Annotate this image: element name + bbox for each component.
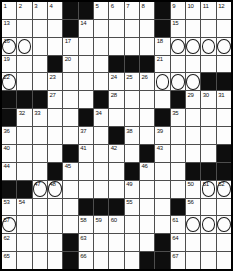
grid-cell-r2c12[interactable]: 15 — [171, 20, 185, 37]
grid-cell-r3c13[interactable] — [186, 38, 200, 55]
grid-cell-r9c9[interactable] — [125, 145, 139, 162]
grid-cell-r8c14[interactable] — [201, 127, 215, 144]
grid-cell-r12c2[interactable]: 54 — [17, 199, 31, 216]
circle-marker — [186, 74, 200, 89]
clue-number-56: 56 — [187, 199, 193, 205]
grid-cell-r1c9[interactable]: 7 — [125, 2, 139, 19]
grid-cell-r7c2[interactable]: 32 — [17, 109, 31, 126]
grid-cell-r6c4[interactable]: 27 — [48, 91, 62, 108]
grid-cell-r9c14[interactable] — [201, 145, 215, 162]
grid-cell-r5c6[interactable] — [79, 73, 93, 90]
grid-cell-r13c13[interactable] — [186, 216, 200, 233]
clue-number-17: 17 — [65, 38, 71, 44]
circle-marker — [202, 217, 216, 232]
grid-cell-r11c9[interactable]: 49 — [125, 181, 139, 198]
grid-cell-r9c2[interactable] — [17, 145, 31, 162]
black-square — [2, 91, 16, 108]
grid-cell-r8c6[interactable]: 37 — [79, 127, 93, 144]
black-square — [155, 234, 169, 251]
clue-number-21: 21 — [157, 56, 163, 62]
clue-number-66: 66 — [80, 253, 86, 259]
clue-number-33: 33 — [34, 110, 40, 116]
grid-cell-r5c13[interactable] — [186, 73, 200, 90]
clue-number-30: 30 — [203, 92, 209, 98]
grid-cell-r8c1[interactable]: 36 — [2, 127, 16, 144]
grid-cell-r15c12[interactable]: 67 — [171, 252, 185, 269]
grid-cell-r15c13[interactable] — [186, 252, 200, 269]
grid-cell-r9c4[interactable] — [48, 145, 62, 162]
grid-cell-r12c10[interactable] — [140, 199, 154, 216]
black-square — [155, 20, 169, 37]
grid-cell-r3c5[interactable]: 17 — [63, 38, 77, 55]
grid-cell-r9c8[interactable]: 42 — [109, 145, 123, 162]
grid-cell-r7c15[interactable] — [217, 109, 231, 126]
grid-cell-r15c8[interactable] — [109, 252, 123, 269]
clue-number-13: 13 — [4, 20, 10, 26]
grid-cell-r15c3[interactable] — [33, 252, 47, 269]
grid-cell-r10c3[interactable] — [33, 163, 47, 180]
grid-cell-r4c3[interactable] — [33, 56, 47, 73]
grid-cell-r12c5[interactable] — [63, 199, 77, 216]
clue-number-27: 27 — [49, 92, 55, 98]
clue-number-64: 64 — [172, 235, 178, 241]
grid-cell-r3c2[interactable] — [17, 38, 31, 55]
grid-cell-r5c2[interactable] — [17, 73, 31, 90]
grid-cell-r8c2[interactable] — [17, 127, 31, 144]
grid-cell-r12c4[interactable] — [48, 199, 62, 216]
grid-cell-r6c10[interactable] — [140, 91, 154, 108]
clue-number-40: 40 — [4, 145, 10, 151]
grid-cell-r4c2[interactable] — [17, 56, 31, 73]
grid-cell-r13c14[interactable] — [201, 216, 215, 233]
grid-cell-r15c7[interactable] — [94, 252, 108, 269]
grid-cell-r9c11[interactable]: 43 — [155, 145, 169, 162]
clue-number-52: 52 — [218, 181, 224, 187]
clue-number-31: 31 — [218, 92, 224, 98]
grid-cell-r8c7[interactable] — [94, 127, 108, 144]
grid-cell-r13c12[interactable]: 61 — [171, 216, 185, 233]
grid-cell-r2c4[interactable] — [48, 20, 62, 37]
grid-cell-r3c6[interactable] — [79, 38, 93, 55]
grid-cell-r3c15[interactable] — [217, 38, 231, 55]
grid-cell-r5c12[interactable] — [171, 73, 185, 90]
grid-cell-r8c12[interactable] — [171, 127, 185, 144]
grid-cell-r1c7[interactable]: 5 — [94, 2, 108, 19]
clue-number-39: 39 — [157, 128, 163, 134]
clue-number-24: 24 — [111, 74, 117, 80]
black-square — [155, 2, 169, 19]
clue-number-53: 53 — [4, 199, 10, 205]
clue-number-22: 22 — [4, 74, 10, 80]
black-square — [2, 181, 16, 198]
grid-cell-r4c1[interactable]: 19 — [2, 56, 16, 73]
clue-number-25: 25 — [126, 74, 132, 80]
grid-cell-r15c6[interactable]: 66 — [79, 252, 93, 269]
grid-cell-r14c12[interactable]: 64 — [171, 234, 185, 251]
grid-cell-r11c13[interactable]: 50 — [186, 181, 200, 198]
clue-number-29: 29 — [187, 92, 193, 98]
grid-cell-r1c12[interactable]: 9 — [171, 2, 185, 19]
black-square — [140, 56, 154, 73]
grid-cell-r11c7[interactable] — [94, 181, 108, 198]
black-square — [217, 73, 231, 90]
grid-cell-r8c15[interactable] — [217, 127, 231, 144]
clue-number-49: 49 — [126, 181, 132, 187]
grid-cell-r15c9[interactable] — [125, 252, 139, 269]
grid-cell-r12c13[interactable]: 56 — [186, 199, 200, 216]
grid-cell-r7c10[interactable] — [140, 109, 154, 126]
grid-cell-r8c9[interactable]: 38 — [125, 127, 139, 144]
clue-number-15: 15 — [172, 20, 178, 26]
grid-cell-r1c15[interactable]: 12 — [217, 2, 231, 19]
grid-cell-r12c9[interactable]: 55 — [125, 199, 139, 216]
grid-cell-r1c1[interactable]: 1 — [2, 2, 16, 19]
grid-cell-r13c15[interactable] — [217, 216, 231, 233]
clue-number-41: 41 — [80, 145, 86, 151]
grid-cell-r6c13[interactable]: 29 — [186, 91, 200, 108]
grid-cell-r1c13[interactable]: 10 — [186, 2, 200, 19]
grid-cell-r4c15[interactable] — [217, 56, 231, 73]
grid-cell-r8c10[interactable] — [140, 127, 154, 144]
grid-cell-r1c4[interactable]: 4 — [48, 2, 62, 19]
clue-number-38: 38 — [126, 128, 132, 134]
clue-number-4: 4 — [49, 3, 52, 9]
grid-cell-r9c1[interactable]: 40 — [2, 145, 16, 162]
grid-cell-r7c14[interactable] — [201, 109, 215, 126]
black-square — [94, 199, 108, 216]
clue-number-58: 58 — [80, 217, 86, 223]
grid-cell-r5c3[interactable] — [33, 73, 47, 90]
black-square — [94, 91, 108, 108]
grid-cell-r11c8[interactable] — [109, 181, 123, 198]
grid-cell-r14c10[interactable] — [140, 234, 154, 251]
grid-cell-r4c6[interactable] — [79, 56, 93, 73]
grid-cell-r14c13[interactable] — [186, 234, 200, 251]
black-square — [33, 91, 47, 108]
grid-cell-r2c2[interactable] — [17, 20, 31, 37]
clue-number-67: 67 — [172, 253, 178, 259]
black-square — [125, 163, 139, 180]
clue-number-12: 12 — [218, 3, 224, 9]
grid-cell-r3c11[interactable]: 18 — [155, 38, 169, 55]
clue-number-35: 35 — [172, 110, 178, 116]
black-square — [2, 109, 16, 126]
grid-cell-r11c4[interactable]: 48 — [48, 181, 62, 198]
grid-cell-r3c9[interactable] — [125, 38, 139, 55]
circle-marker — [186, 217, 200, 232]
grid-cell-r2c14[interactable] — [201, 20, 215, 37]
grid-cell-r7c13[interactable] — [186, 109, 200, 126]
black-square — [186, 163, 200, 180]
grid-cell-r4c13[interactable] — [186, 56, 200, 73]
grid-cell-r4c11[interactable]: 21 — [155, 56, 169, 73]
grid-cell-r15c1[interactable]: 65 — [2, 252, 16, 269]
grid-cell-r11c11[interactable] — [155, 181, 169, 198]
grid-cell-r12c11[interactable] — [155, 199, 169, 216]
clue-number-63: 63 — [80, 235, 86, 241]
crossword-grid: 1234567891011121314151617181920212223242… — [0, 0, 233, 271]
grid-cell-r7c12[interactable]: 35 — [171, 109, 185, 126]
grid-cell-r10c2[interactable] — [17, 163, 31, 180]
grid-cell-r5c10[interactable]: 26 — [140, 73, 154, 90]
grid-cell-r2c8[interactable] — [109, 20, 123, 37]
black-square — [63, 145, 77, 162]
grid-cell-r11c3[interactable]: 47 — [33, 181, 47, 198]
grid-cell-r10c12[interactable] — [171, 163, 185, 180]
circle-marker — [217, 39, 231, 54]
grid-cell-r10c11[interactable] — [155, 163, 169, 180]
clue-number-3: 3 — [34, 3, 37, 9]
grid-cell-r10c7[interactable] — [94, 163, 108, 180]
black-square — [109, 127, 123, 144]
grid-cell-r5c8[interactable]: 24 — [109, 73, 123, 90]
grid-cell-r11c12[interactable] — [171, 181, 185, 198]
grid-cell-r11c6[interactable] — [79, 181, 93, 198]
clue-number-1: 1 — [4, 3, 7, 9]
clue-number-5: 5 — [95, 3, 98, 9]
clue-number-11: 11 — [203, 3, 209, 9]
grid-cell-r7c8[interactable] — [109, 109, 123, 126]
grid-cell-r6c11[interactable] — [155, 91, 169, 108]
black-square — [17, 91, 31, 108]
grid-cell-r1c8[interactable]: 6 — [109, 2, 123, 19]
black-square — [63, 2, 77, 19]
clue-number-42: 42 — [111, 145, 117, 151]
clue-number-50: 50 — [187, 181, 193, 187]
grid-cell-r2c3[interactable] — [33, 20, 47, 37]
clue-number-28: 28 — [111, 92, 117, 98]
grid-cell-r15c4[interactable] — [48, 252, 62, 269]
grid-cell-r7c4[interactable] — [48, 109, 62, 126]
clue-number-59: 59 — [95, 217, 101, 223]
grid-cell-r6c15[interactable]: 31 — [217, 91, 231, 108]
grid-cell-r3c14[interactable] — [201, 38, 215, 55]
clue-number-16: 16 — [4, 38, 10, 44]
grid-cell-r2c15[interactable] — [217, 20, 231, 37]
clue-number-20: 20 — [65, 56, 71, 62]
grid-cell-r7c9[interactable] — [125, 109, 139, 126]
grid-cell-r6c8[interactable]: 28 — [109, 91, 123, 108]
grid-cell-r2c10[interactable] — [140, 20, 154, 37]
grid-cell-r3c3[interactable] — [33, 38, 47, 55]
black-square — [155, 252, 169, 269]
clue-number-10: 10 — [187, 3, 193, 9]
grid-cell-r14c4[interactable] — [48, 234, 62, 251]
grid-cell-r14c3[interactable] — [33, 234, 47, 251]
black-square — [201, 73, 215, 90]
circle-marker — [171, 74, 185, 89]
clue-number-45: 45 — [65, 163, 71, 169]
grid-cell-r11c5[interactable] — [63, 181, 77, 198]
grid-cell-r5c11[interactable] — [155, 73, 169, 90]
grid-cell-r3c4[interactable] — [48, 38, 62, 55]
clue-number-8: 8 — [141, 3, 144, 9]
clue-number-34: 34 — [95, 110, 101, 116]
clue-number-9: 9 — [172, 3, 175, 9]
black-square — [217, 145, 231, 162]
grid-cell-r13c10[interactable] — [140, 216, 154, 233]
clue-number-48: 48 — [49, 181, 55, 187]
grid-cell-r9c6[interactable]: 41 — [79, 145, 93, 162]
grid-cell-r14c7[interactable] — [94, 234, 108, 251]
clue-number-14: 14 — [80, 20, 86, 26]
grid-cell-r13c4[interactable] — [48, 216, 62, 233]
clue-number-2: 2 — [19, 3, 22, 9]
black-square — [217, 163, 231, 180]
black-square — [63, 252, 77, 269]
grid-cell-r13c3[interactable] — [33, 216, 47, 233]
grid-cell-r14c9[interactable] — [125, 234, 139, 251]
clue-number-7: 7 — [126, 3, 129, 9]
grid-cell-r3c1[interactable]: 16 — [2, 38, 16, 55]
black-square — [63, 234, 77, 251]
clue-number-47: 47 — [34, 181, 40, 187]
circle-marker — [156, 74, 170, 89]
grid-cell-r13c1[interactable]: 57 — [2, 216, 16, 233]
circle-marker — [171, 39, 185, 54]
clue-number-18: 18 — [157, 38, 163, 44]
circle-marker — [217, 217, 231, 232]
black-square — [17, 181, 31, 198]
grid-cell-r6c9[interactable] — [125, 91, 139, 108]
grid-cell-r13c5[interactable] — [63, 216, 77, 233]
black-square — [48, 56, 62, 73]
grid-cell-r3c8[interactable] — [109, 38, 123, 55]
grid-cell-r3c7[interactable] — [94, 38, 108, 55]
grid-cell-r13c6[interactable]: 58 — [79, 216, 93, 233]
grid-cell-r4c12[interactable] — [171, 56, 185, 73]
grid-cell-r6c14[interactable]: 30 — [201, 91, 215, 108]
black-square — [109, 56, 123, 73]
grid-cell-r1c2[interactable]: 2 — [17, 2, 31, 19]
grid-cell-r14c14[interactable] — [201, 234, 215, 251]
grid-cell-r5c7[interactable] — [94, 73, 108, 90]
grid-cell-r1c14[interactable]: 11 — [201, 2, 215, 19]
grid-cell-r13c11[interactable] — [155, 216, 169, 233]
grid-cell-r5c5[interactable] — [63, 73, 77, 90]
grid-cell-r5c1[interactable]: 22 — [2, 73, 16, 90]
grid-cell-r15c2[interactable] — [17, 252, 31, 269]
grid-cell-r12c3[interactable] — [33, 199, 47, 216]
clue-number-57: 57 — [4, 217, 10, 223]
grid-cell-r10c8[interactable] — [109, 163, 123, 180]
grid-cell-r4c14[interactable] — [201, 56, 215, 73]
grid-cell-r3c12[interactable] — [171, 38, 185, 55]
grid-cell-r11c10[interactable] — [140, 181, 154, 198]
clue-number-36: 36 — [4, 128, 10, 134]
clue-number-54: 54 — [19, 199, 25, 205]
grid-cell-r5c9[interactable]: 25 — [125, 73, 139, 90]
grid-cell-r12c1[interactable]: 53 — [2, 199, 16, 216]
grid-cell-r10c1[interactable]: 44 — [2, 163, 16, 180]
grid-cell-r10c6[interactable] — [79, 163, 93, 180]
clue-number-65: 65 — [4, 253, 10, 259]
grid-cell-r2c9[interactable] — [125, 20, 139, 37]
grid-cell-r9c12[interactable] — [171, 145, 185, 162]
black-square — [79, 199, 93, 216]
clue-number-61: 61 — [172, 217, 178, 223]
black-square — [140, 145, 154, 162]
clue-number-19: 19 — [4, 56, 10, 62]
grid-cell-r15c14[interactable] — [201, 252, 215, 269]
grid-cell-r8c4[interactable] — [48, 127, 62, 144]
clue-number-6: 6 — [111, 3, 114, 9]
grid-cell-r11c15[interactable]: 52 — [217, 181, 231, 198]
grid-cell-r11c14[interactable]: 51 — [201, 181, 215, 198]
grid-cell-r7c3[interactable]: 33 — [33, 109, 47, 126]
clue-number-26: 26 — [141, 74, 147, 80]
grid-cell-r2c7[interactable] — [94, 20, 108, 37]
grid-cell-r8c5[interactable] — [63, 127, 77, 144]
grid-cell-r13c9[interactable] — [125, 216, 139, 233]
grid-cell-r3c10[interactable] — [140, 38, 154, 55]
grid-cell-r9c7[interactable] — [94, 145, 108, 162]
grid-cell-r1c3[interactable]: 3 — [33, 2, 47, 19]
grid-cell-r9c13[interactable] — [186, 145, 200, 162]
grid-cell-r9c3[interactable] — [33, 145, 47, 162]
circle-marker — [186, 39, 200, 54]
grid-cell-r14c8[interactable] — [109, 234, 123, 251]
clue-number-60: 60 — [111, 217, 117, 223]
black-square — [155, 109, 169, 126]
grid-cell-r10c5[interactable]: 45 — [63, 163, 77, 180]
grid-cell-r7c5[interactable] — [63, 109, 77, 126]
black-square — [125, 56, 139, 73]
grid-cell-r12c15[interactable] — [217, 199, 231, 216]
clue-number-44: 44 — [4, 163, 10, 169]
grid-cell-r2c13[interactable] — [186, 20, 200, 37]
grid-cell-r13c8[interactable]: 60 — [109, 216, 123, 233]
clue-number-43: 43 — [157, 145, 163, 151]
grid-cell-r14c15[interactable] — [217, 234, 231, 251]
grid-cell-r10c10[interactable]: 46 — [140, 163, 154, 180]
grid-cell-r7c7[interactable]: 34 — [94, 109, 108, 126]
grid-cell-r4c7[interactable] — [94, 56, 108, 73]
black-square — [79, 109, 93, 126]
grid-cell-r4c5[interactable]: 20 — [63, 56, 77, 73]
grid-cell-r6c5[interactable] — [63, 91, 77, 108]
grid-cell-r2c1[interactable]: 13 — [2, 20, 16, 37]
clue-number-46: 46 — [141, 163, 147, 169]
circle-marker — [18, 39, 32, 54]
grid-cell-r14c1[interactable]: 62 — [2, 234, 16, 251]
grid-cell-r14c2[interactable] — [17, 234, 31, 251]
grid-cell-r5c4[interactable]: 23 — [48, 73, 62, 90]
black-square — [201, 163, 215, 180]
black-square — [48, 163, 62, 180]
clue-number-51: 51 — [203, 181, 209, 187]
grid-cell-r8c11[interactable]: 39 — [155, 127, 169, 144]
grid-cell-r12c14[interactable] — [201, 199, 215, 216]
grid-cell-r2c6[interactable]: 14 — [79, 20, 93, 37]
black-square — [171, 199, 185, 216]
grid-cell-r8c13[interactable] — [186, 127, 200, 144]
grid-cell-r13c7[interactable]: 59 — [94, 216, 108, 233]
black-square — [109, 199, 123, 216]
black-square — [79, 2, 93, 19]
grid-cell-r8c3[interactable] — [33, 127, 47, 144]
grid-cell-r1c10[interactable]: 8 — [140, 2, 154, 19]
grid-cell-r14c6[interactable]: 63 — [79, 234, 93, 251]
clue-number-37: 37 — [80, 128, 86, 134]
clue-number-23: 23 — [49, 74, 55, 80]
black-square — [140, 252, 154, 269]
clue-number-32: 32 — [19, 110, 25, 116]
black-square — [171, 91, 185, 108]
grid-cell-r15c15[interactable] — [217, 252, 231, 269]
grid-cell-r13c2[interactable] — [17, 216, 31, 233]
grid-cell-r6c6[interactable] — [79, 91, 93, 108]
